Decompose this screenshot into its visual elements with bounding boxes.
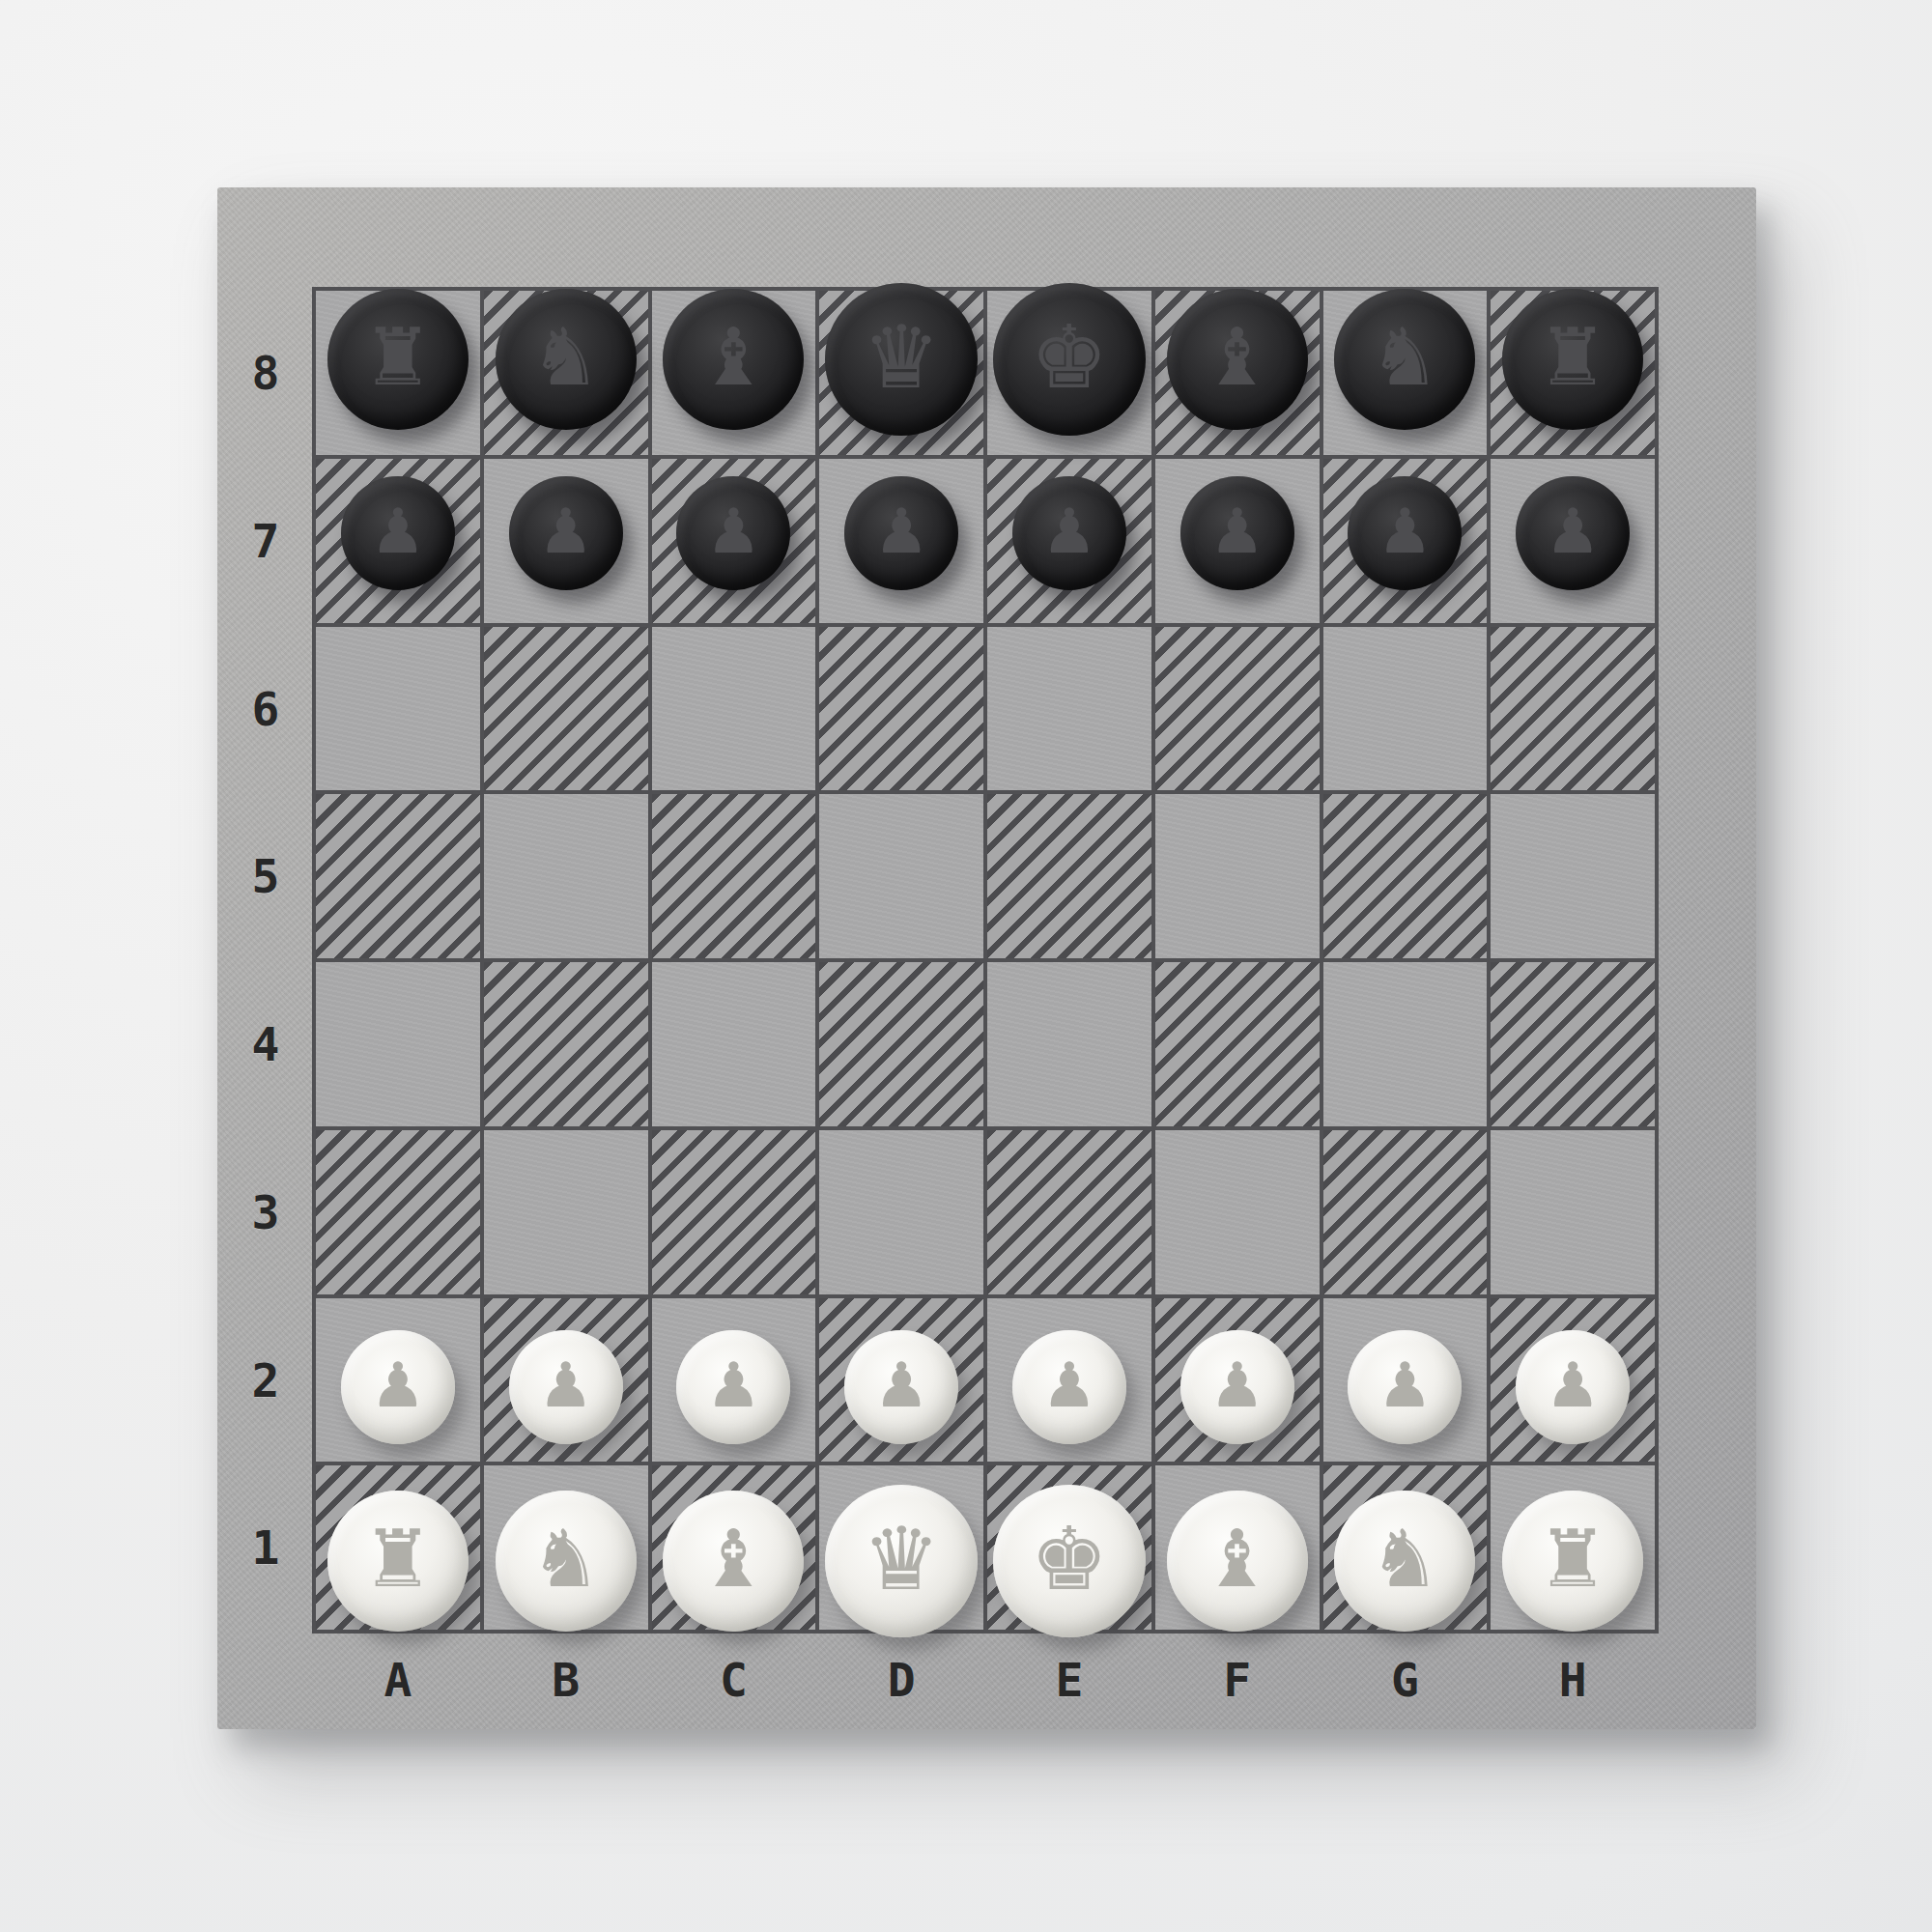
queen-icon: ♛ [863, 314, 941, 401]
square-g1[interactable]: ♞ [1323, 1465, 1488, 1630]
white-pawn-f2[interactable]: ♟ [1180, 1330, 1294, 1444]
square-d4[interactable] [819, 962, 983, 1126]
black-pawn-f7[interactable]: ♟ [1180, 476, 1294, 590]
square-b1[interactable]: ♞ [484, 1465, 648, 1630]
pawn-icon: ♟ [1378, 1354, 1433, 1416]
square-c7[interactable]: ♟ [652, 459, 816, 623]
file-label-E: E [987, 1650, 1151, 1710]
rook-icon: ♜ [362, 318, 434, 397]
square-e5[interactable] [987, 794, 1151, 958]
square-d1[interactable]: ♛ [819, 1465, 983, 1630]
square-a1[interactable]: ♜ [316, 1465, 480, 1630]
pawn-icon: ♟ [873, 1354, 928, 1416]
square-d3[interactable] [819, 1130, 983, 1294]
pawn-icon: ♟ [370, 500, 425, 562]
white-rook-a1[interactable]: ♜ [327, 1491, 469, 1632]
square-a5[interactable] [316, 794, 480, 958]
pawn-icon: ♟ [538, 1354, 593, 1416]
black-rook-a8[interactable]: ♜ [327, 289, 469, 430]
square-h8[interactable]: ♜ [1491, 291, 1655, 455]
white-pawn-c2[interactable]: ♟ [676, 1330, 790, 1444]
square-d7[interactable]: ♟ [819, 459, 983, 623]
square-c8[interactable]: ♝ [652, 291, 816, 455]
square-h2[interactable]: ♟ [1491, 1298, 1655, 1463]
black-queen-d8[interactable]: ♛ [825, 283, 978, 436]
pawn-icon: ♟ [1041, 1354, 1096, 1416]
square-a4[interactable] [316, 962, 480, 1126]
rank-label-1: 1 [235, 1519, 297, 1577]
square-b3[interactable] [484, 1130, 648, 1294]
square-g2[interactable]: ♟ [1323, 1298, 1488, 1463]
square-a2[interactable]: ♟ [316, 1298, 480, 1463]
square-h3[interactable] [1491, 1130, 1655, 1294]
knight-icon: ♞ [1370, 1520, 1441, 1599]
pawn-icon: ♟ [706, 1354, 761, 1416]
file-label-F: F [1155, 1650, 1320, 1710]
square-b7[interactable]: ♟ [484, 459, 648, 623]
bishop-icon: ♝ [1202, 318, 1273, 397]
square-c3[interactable] [652, 1130, 816, 1294]
pawn-icon: ♟ [706, 500, 761, 562]
square-e2[interactable]: ♟ [987, 1298, 1151, 1463]
square-a6[interactable] [316, 627, 480, 791]
square-f5[interactable] [1155, 794, 1320, 958]
black-knight-g8[interactable]: ♞ [1334, 289, 1475, 430]
square-e3[interactable] [987, 1130, 1151, 1294]
square-e8[interactable]: ♚ [987, 291, 1151, 455]
pawn-icon: ♟ [1545, 500, 1600, 562]
black-pawn-h7[interactable]: ♟ [1516, 476, 1630, 590]
pawn-icon: ♟ [1545, 1354, 1600, 1416]
black-pawn-b7[interactable]: ♟ [509, 476, 623, 590]
rank-label-4: 4 [235, 1015, 297, 1073]
square-a8[interactable]: ♜ [316, 291, 480, 455]
square-d8[interactable]: ♛ [819, 291, 983, 455]
chessboard: ♜♞♝♛♚♝♞♜♟♟♟♟♟♟♟♟♟♟♟♟♟♟♟♟♜♞♝♛♚♝♞♜ [312, 287, 1659, 1634]
square-g3[interactable] [1323, 1130, 1488, 1294]
square-b2[interactable]: ♟ [484, 1298, 648, 1463]
square-c4[interactable] [652, 962, 816, 1126]
square-h4[interactable] [1491, 962, 1655, 1126]
white-pawn-h2[interactable]: ♟ [1516, 1330, 1630, 1444]
white-king-e1[interactable]: ♚ [993, 1485, 1146, 1637]
chessboard-slab: ♜♞♝♛♚♝♞♜♟♟♟♟♟♟♟♟♟♟♟♟♟♟♟♟♜♞♝♛♚♝♞♜ 8765432… [217, 187, 1756, 1729]
square-d2[interactable]: ♟ [819, 1298, 983, 1463]
black-rook-h8[interactable]: ♜ [1502, 289, 1643, 430]
pawn-icon: ♟ [370, 1354, 425, 1416]
square-f7[interactable]: ♟ [1155, 459, 1320, 623]
square-a7[interactable]: ♟ [316, 459, 480, 623]
square-c6[interactable] [652, 627, 816, 791]
king-icon: ♚ [1031, 314, 1109, 401]
square-e7[interactable]: ♟ [987, 459, 1151, 623]
white-knight-b1[interactable]: ♞ [496, 1491, 637, 1632]
knight-icon: ♞ [1370, 318, 1441, 397]
file-label-H: H [1491, 1650, 1655, 1710]
white-rook-h1[interactable]: ♜ [1502, 1491, 1643, 1632]
square-h1[interactable]: ♜ [1491, 1465, 1655, 1630]
rook-icon: ♜ [362, 1520, 434, 1599]
square-f3[interactable] [1155, 1130, 1320, 1294]
square-b6[interactable] [484, 627, 648, 791]
white-pawn-b2[interactable]: ♟ [509, 1330, 623, 1444]
rank-label-7: 7 [235, 512, 297, 570]
square-h6[interactable] [1491, 627, 1655, 791]
queen-icon: ♛ [863, 1516, 941, 1603]
pawn-icon: ♟ [873, 500, 928, 562]
square-h5[interactable] [1491, 794, 1655, 958]
black-king-e8[interactable]: ♚ [993, 283, 1146, 436]
black-pawn-a7[interactable]: ♟ [341, 476, 455, 590]
black-pawn-c7[interactable]: ♟ [676, 476, 790, 590]
square-h7[interactable]: ♟ [1491, 459, 1655, 623]
knight-icon: ♞ [530, 1520, 602, 1599]
white-queen-d1[interactable]: ♛ [825, 1485, 978, 1637]
square-d6[interactable] [819, 627, 983, 791]
white-pawn-d2[interactable]: ♟ [844, 1330, 958, 1444]
rank-label-6: 6 [235, 680, 297, 738]
square-g8[interactable]: ♞ [1323, 291, 1488, 455]
square-b8[interactable]: ♞ [484, 291, 648, 455]
square-g4[interactable] [1323, 962, 1488, 1126]
rank-label-3: 3 [235, 1183, 297, 1241]
square-a3[interactable] [316, 1130, 480, 1294]
king-icon: ♚ [1031, 1516, 1109, 1603]
rook-icon: ♜ [1537, 1520, 1608, 1599]
square-c2[interactable]: ♟ [652, 1298, 816, 1463]
file-label-G: G [1323, 1650, 1488, 1710]
white-bishop-f1[interactable]: ♝ [1167, 1491, 1308, 1632]
black-knight-b8[interactable]: ♞ [496, 289, 637, 430]
bishop-icon: ♝ [698, 318, 770, 397]
rank-label-8: 8 [235, 344, 297, 402]
rook-icon: ♜ [1537, 318, 1608, 397]
pawn-icon: ♟ [538, 500, 593, 562]
pawn-icon: ♟ [1209, 1354, 1264, 1416]
photo-backdrop: ♜♞♝♛♚♝♞♜♟♟♟♟♟♟♟♟♟♟♟♟♟♟♟♟♜♞♝♛♚♝♞♜ 8765432… [0, 0, 1932, 1932]
file-label-A: A [316, 1650, 480, 1710]
bishop-icon: ♝ [698, 1520, 770, 1599]
black-bishop-c8[interactable]: ♝ [663, 289, 804, 430]
file-label-C: C [652, 1650, 816, 1710]
black-bishop-f8[interactable]: ♝ [1167, 289, 1308, 430]
white-pawn-g2[interactable]: ♟ [1348, 1330, 1462, 1444]
white-pawn-a2[interactable]: ♟ [341, 1330, 455, 1444]
square-c1[interactable]: ♝ [652, 1465, 816, 1630]
square-g7[interactable]: ♟ [1323, 459, 1488, 623]
knight-icon: ♞ [530, 318, 602, 397]
black-pawn-d7[interactable]: ♟ [844, 476, 958, 590]
black-pawn-g7[interactable]: ♟ [1348, 476, 1462, 590]
square-e1[interactable]: ♚ [987, 1465, 1151, 1630]
square-f2[interactable]: ♟ [1155, 1298, 1320, 1463]
square-f1[interactable]: ♝ [1155, 1465, 1320, 1630]
white-bishop-c1[interactable]: ♝ [663, 1491, 804, 1632]
square-f4[interactable] [1155, 962, 1320, 1126]
square-d5[interactable] [819, 794, 983, 958]
square-b4[interactable] [484, 962, 648, 1126]
file-label-B: B [484, 1650, 648, 1710]
square-c5[interactable] [652, 794, 816, 958]
rank-label-2: 2 [235, 1351, 297, 1409]
square-e6[interactable] [987, 627, 1151, 791]
square-g5[interactable] [1323, 794, 1488, 958]
square-g6[interactable] [1323, 627, 1488, 791]
bishop-icon: ♝ [1202, 1520, 1273, 1599]
white-knight-g1[interactable]: ♞ [1334, 1491, 1475, 1632]
pawn-icon: ♟ [1041, 500, 1096, 562]
file-label-D: D [819, 1650, 983, 1710]
rank-label-5: 5 [235, 847, 297, 905]
square-e4[interactable] [987, 962, 1151, 1126]
pawn-icon: ♟ [1378, 500, 1433, 562]
square-f6[interactable] [1155, 627, 1320, 791]
white-pawn-e2[interactable]: ♟ [1012, 1330, 1126, 1444]
square-b5[interactable] [484, 794, 648, 958]
black-pawn-e7[interactable]: ♟ [1012, 476, 1126, 590]
square-f8[interactable]: ♝ [1155, 291, 1320, 455]
pawn-icon: ♟ [1209, 500, 1264, 562]
